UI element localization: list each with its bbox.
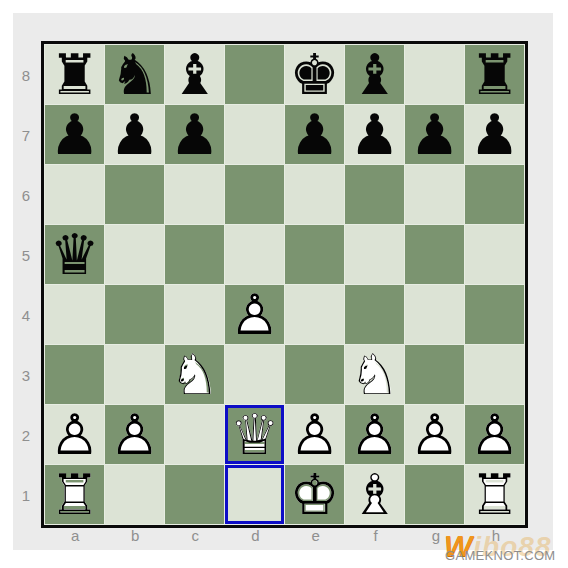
- white-pawn: ♟♙: [465, 405, 524, 464]
- rank-labels: 87654321: [16, 45, 36, 525]
- rank-label-3: 3: [16, 345, 36, 405]
- square-d5[interactable]: [225, 225, 284, 284]
- square-c5[interactable]: [165, 225, 224, 284]
- square-h7[interactable]: ♟: [465, 105, 524, 164]
- square-f6[interactable]: [345, 165, 404, 224]
- square-g1[interactable]: [405, 465, 464, 524]
- square-d2[interactable]: ♛♕: [225, 405, 284, 464]
- square-b7[interactable]: ♟: [105, 105, 164, 164]
- square-g8[interactable]: [405, 45, 464, 104]
- square-e3[interactable]: [285, 345, 344, 404]
- square-h3[interactable]: [465, 345, 524, 404]
- square-f7[interactable]: ♟: [345, 105, 404, 164]
- square-c3[interactable]: ♞♘: [165, 345, 224, 404]
- square-e7[interactable]: ♟: [285, 105, 344, 164]
- black-pawn: ♟: [45, 105, 104, 164]
- rank-label-2: 2: [16, 405, 36, 465]
- square-c2[interactable]: [165, 405, 224, 464]
- black-pawn: ♟: [165, 105, 224, 164]
- file-label-e: e: [286, 525, 346, 545]
- file-label-b: b: [105, 525, 165, 545]
- white-pawn: ♟♙: [285, 405, 344, 464]
- chess-board: ♜♞♝♚♝♜♟♟♟♟♟♟♟♛♟♙♞♘♞♘♟♙♟♙♛♕♟♙♟♙♟♙♟♙♜♖♚♔♝♗…: [41, 41, 528, 528]
- black-pawn: ♟: [405, 105, 464, 164]
- square-d4[interactable]: ♟♙: [225, 285, 284, 344]
- square-b2[interactable]: ♟♙: [105, 405, 164, 464]
- square-a8[interactable]: ♜: [45, 45, 104, 104]
- black-bishop: ♝: [345, 45, 404, 104]
- square-c8[interactable]: ♝: [165, 45, 224, 104]
- white-queen: ♛♕: [225, 405, 284, 464]
- square-d6[interactable]: [225, 165, 284, 224]
- square-a4[interactable]: [45, 285, 104, 344]
- square-e4[interactable]: [285, 285, 344, 344]
- square-h6[interactable]: [465, 165, 524, 224]
- white-pawn: ♟♙: [225, 285, 284, 344]
- black-pawn: ♟: [345, 105, 404, 164]
- black-pawn: ♟: [465, 105, 524, 164]
- square-b8[interactable]: ♞: [105, 45, 164, 104]
- square-a3[interactable]: [45, 345, 104, 404]
- square-b6[interactable]: [105, 165, 164, 224]
- black-queen: ♛: [45, 225, 104, 284]
- square-g4[interactable]: [405, 285, 464, 344]
- square-f2[interactable]: ♟♙: [345, 405, 404, 464]
- square-a6[interactable]: [45, 165, 104, 224]
- white-rook: ♜♖: [465, 465, 524, 524]
- white-king: ♚♔: [285, 465, 344, 524]
- rank-label-5: 5: [16, 225, 36, 285]
- square-f5[interactable]: [345, 225, 404, 284]
- rank-label-8: 8: [16, 45, 36, 105]
- square-b5[interactable]: [105, 225, 164, 284]
- square-a5[interactable]: ♛: [45, 225, 104, 284]
- white-pawn: ♟♙: [45, 405, 104, 464]
- square-f3[interactable]: ♞♘: [345, 345, 404, 404]
- white-pawn: ♟♙: [105, 405, 164, 464]
- square-a2[interactable]: ♟♙: [45, 405, 104, 464]
- black-bishop: ♝: [165, 45, 224, 104]
- black-king: ♚: [285, 45, 344, 104]
- square-b4[interactable]: [105, 285, 164, 344]
- black-rook: ♜: [465, 45, 524, 104]
- gameknot-watermark: GAMEKNOT.COM: [445, 548, 556, 563]
- rank-label-1: 1: [16, 465, 36, 525]
- square-g5[interactable]: [405, 225, 464, 284]
- square-f1[interactable]: ♝♗: [345, 465, 404, 524]
- black-rook: ♜: [45, 45, 104, 104]
- black-knight: ♞: [105, 45, 164, 104]
- file-label-d: d: [225, 525, 285, 545]
- black-pawn: ♟: [105, 105, 164, 164]
- square-e2[interactable]: ♟♙: [285, 405, 344, 464]
- black-pawn: ♟: [285, 105, 344, 164]
- square-a7[interactable]: ♟: [45, 105, 104, 164]
- square-f8[interactable]: ♝: [345, 45, 404, 104]
- square-g2[interactable]: ♟♙: [405, 405, 464, 464]
- white-rook: ♜♖: [45, 465, 104, 524]
- square-c7[interactable]: ♟: [165, 105, 224, 164]
- rank-label-4: 4: [16, 285, 36, 345]
- square-c1[interactable]: [165, 465, 224, 524]
- file-label-a: a: [45, 525, 105, 545]
- file-label-f: f: [346, 525, 406, 545]
- square-e1[interactable]: ♚♔: [285, 465, 344, 524]
- square-h4[interactable]: [465, 285, 524, 344]
- square-d1[interactable]: [225, 465, 284, 524]
- square-g7[interactable]: ♟: [405, 105, 464, 164]
- white-knight: ♞♘: [165, 345, 224, 404]
- square-d3[interactable]: [225, 345, 284, 404]
- square-e6[interactable]: [285, 165, 344, 224]
- square-h5[interactable]: [465, 225, 524, 284]
- square-c6[interactable]: [165, 165, 224, 224]
- screenshot-root: 87654321 ♜♞♝♚♝♜♟♟♟♟♟♟♟♛♟♙♞♘♞♘♟♙♟♙♛♕♟♙♟♙♟…: [0, 0, 568, 568]
- square-b3[interactable]: [105, 345, 164, 404]
- square-h2[interactable]: ♟♙: [465, 405, 524, 464]
- rank-label-6: 6: [16, 165, 36, 225]
- square-h1[interactable]: ♜♖: [465, 465, 524, 524]
- square-b1[interactable]: [105, 465, 164, 524]
- square-a1[interactable]: ♜♖: [45, 465, 104, 524]
- square-h8[interactable]: ♜: [465, 45, 524, 104]
- square-e8[interactable]: ♚: [285, 45, 344, 104]
- square-e5[interactable]: [285, 225, 344, 284]
- square-g6[interactable]: [405, 165, 464, 224]
- square-f4[interactable]: [345, 285, 404, 344]
- file-label-c: c: [165, 525, 225, 545]
- white-pawn: ♟♙: [345, 405, 404, 464]
- white-bishop: ♝♗: [345, 465, 404, 524]
- square-d8[interactable]: [225, 45, 284, 104]
- square-c4[interactable]: [165, 285, 224, 344]
- square-d7[interactable]: [225, 105, 284, 164]
- square-g3[interactable]: [405, 345, 464, 404]
- white-pawn: ♟♙: [405, 405, 464, 464]
- rank-label-7: 7: [16, 105, 36, 165]
- white-knight: ♞♘: [345, 345, 404, 404]
